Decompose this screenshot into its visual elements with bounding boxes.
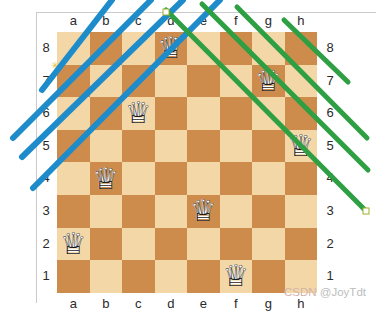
square-f6 (220, 97, 253, 130)
file-label-top-d: d (155, 12, 188, 30)
file-label-bottom-e: e (187, 295, 220, 311)
queen-outline-icon: ♕ (222, 260, 249, 292)
file-label-top-h: h (285, 12, 318, 30)
square-a4 (57, 162, 90, 195)
white-queen: ♛♕ (187, 195, 220, 228)
rank-label-right-2: 2 (320, 228, 340, 261)
white-queen: ♛♕ (285, 130, 318, 163)
square-h2 (285, 228, 318, 261)
rank-label-left-5: 5 (36, 130, 56, 163)
watermark-brand: CSDN (284, 286, 317, 298)
square-b8 (90, 32, 123, 65)
rank-label-right-7: 7 (320, 65, 340, 98)
selection-handle-2[interactable] (363, 208, 369, 214)
file-label-bottom-g: g (252, 295, 285, 311)
rank-label-left-1: 1 (36, 260, 56, 293)
rank-label-left-4: 4 (36, 162, 56, 195)
square-b4: ♛♕ (90, 162, 123, 195)
file-label-top-b: b (90, 12, 123, 30)
square-e2 (187, 228, 220, 261)
square-h3 (285, 195, 318, 228)
watermark: CSDN @JoyTdt (284, 286, 366, 298)
file-label-top-c: c (122, 12, 155, 30)
square-e6 (187, 97, 220, 130)
square-d7 (155, 65, 188, 98)
square-g1 (252, 260, 285, 293)
square-e1 (187, 260, 220, 293)
square-h5: ♛♕ (285, 130, 318, 163)
rank-label-right-3: 3 (320, 195, 340, 228)
queen-outline-icon: ♕ (92, 163, 119, 195)
square-e4 (187, 162, 220, 195)
queen-outline-icon: ♕ (60, 228, 87, 260)
square-g2 (252, 228, 285, 261)
square-f8 (220, 32, 253, 65)
queen-outline-icon: ♕ (255, 65, 282, 97)
square-a3 (57, 195, 90, 228)
square-d5 (155, 130, 188, 163)
square-c3 (122, 195, 155, 228)
square-f1: ♛♕ (220, 260, 253, 293)
square-c5 (122, 130, 155, 163)
square-h6 (285, 97, 318, 130)
square-h4 (285, 162, 318, 195)
square-h7 (285, 65, 318, 98)
file-label-bottom-b: b (90, 295, 123, 311)
square-a1 (57, 260, 90, 293)
square-g6 (252, 97, 285, 130)
square-b1 (90, 260, 123, 293)
square-c2 (122, 228, 155, 261)
square-f7 (220, 65, 253, 98)
file-label-bottom-f: f (220, 295, 253, 311)
rank-label-right-8: 8 (320, 32, 340, 65)
square-g5 (252, 130, 285, 163)
square-d6 (155, 97, 188, 130)
white-queen: ♛♕ (57, 228, 90, 261)
queen-outline-icon: ♕ (190, 195, 217, 227)
square-g7: ♛♕ (252, 65, 285, 98)
queen-outline-icon: ♕ (157, 32, 184, 64)
square-c6: ♛♕ (122, 97, 155, 130)
square-e5 (187, 130, 220, 163)
file-label-top-g: g (252, 12, 285, 30)
file-label-top-a: a (57, 12, 90, 30)
square-b5 (90, 130, 123, 163)
rank-label-left-2: 2 (36, 228, 56, 261)
square-c7 (122, 65, 155, 98)
queen-outline-icon: ♕ (287, 130, 314, 162)
square-a6 (57, 97, 90, 130)
white-queen: ♛♕ (252, 65, 285, 98)
rank-label-right-6: 6 (320, 97, 340, 130)
sparkle-mark: ✳ (51, 60, 59, 71)
square-b7 (90, 65, 123, 98)
square-d4 (155, 162, 188, 195)
chess-diagram-canvas: ♛♕♛♕♛♕♛♕♛♕♛♕♛♕♛♕ abcdefgh abcdefgh 87654… (0, 0, 376, 311)
white-queen: ♛♕ (155, 32, 188, 65)
square-g3 (252, 195, 285, 228)
file-label-bottom-d: d (155, 295, 188, 311)
square-a5 (57, 130, 90, 163)
file-label-top-e: e (187, 12, 220, 30)
square-e8 (187, 32, 220, 65)
square-c1 (122, 260, 155, 293)
square-d1 (155, 260, 188, 293)
chess-board: ♛♕♛♕♛♕♛♕♛♕♛♕♛♕♛♕ (57, 32, 317, 293)
watermark-user: @JoyTdt (320, 286, 366, 298)
square-g4 (252, 162, 285, 195)
square-a2: ♛♕ (57, 228, 90, 261)
square-g8 (252, 32, 285, 65)
square-e7 (187, 65, 220, 98)
square-a8 (57, 32, 90, 65)
rank-label-right-4: 4 (320, 162, 340, 195)
square-b2 (90, 228, 123, 261)
square-e3: ♛♕ (187, 195, 220, 228)
square-a7 (57, 65, 90, 98)
rank-label-right-5: 5 (320, 130, 340, 163)
square-f2 (220, 228, 253, 261)
rank-label-left-6: 6 (36, 97, 56, 130)
white-queen: ♛♕ (90, 162, 123, 195)
square-c4 (122, 162, 155, 195)
file-label-bottom-a: a (57, 295, 90, 311)
square-d8: ♛♕ (155, 32, 188, 65)
queen-outline-icon: ♕ (125, 97, 152, 129)
square-b3 (90, 195, 123, 228)
square-h8 (285, 32, 318, 65)
file-label-top-f: f (220, 12, 253, 30)
square-f4 (220, 162, 253, 195)
square-f5 (220, 130, 253, 163)
square-d3 (155, 195, 188, 228)
square-f3 (220, 195, 253, 228)
white-queen: ♛♕ (220, 260, 253, 293)
square-b6 (90, 97, 123, 130)
square-d2 (155, 228, 188, 261)
rank-label-left-3: 3 (36, 195, 56, 228)
file-label-bottom-c: c (122, 295, 155, 311)
white-queen: ♛♕ (122, 97, 155, 130)
square-c8 (122, 32, 155, 65)
